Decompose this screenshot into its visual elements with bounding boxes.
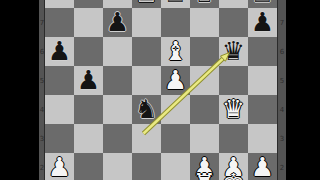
square-f7[interactable]: [190, 8, 219, 37]
square-e7[interactable]: [161, 8, 190, 37]
square-e2[interactable]: [161, 153, 190, 180]
square-b8[interactable]: [74, 0, 103, 8]
white-queen-g4-piece-icon[interactable]: ♛: [219, 95, 248, 124]
square-a7[interactable]: [45, 8, 74, 37]
square-e3[interactable]: [161, 124, 190, 153]
square-a4[interactable]: [45, 95, 74, 124]
white-pawn-h2-piece-icon[interactable]: ♟: [248, 153, 277, 180]
black-queen-g6-piece-icon[interactable]: ♛: [219, 37, 248, 66]
square-h4[interactable]: [248, 95, 277, 124]
chess-diagram: ♜♜♚♜♟♟♟♝♛♟♟♞♛♟♟♟♟♜♚ 776655443322: [0, 0, 320, 180]
square-e4[interactable]: [161, 95, 190, 124]
square-d2[interactable]: [132, 153, 161, 180]
rank-label-right-4: 4: [279, 107, 285, 114]
square-b6[interactable]: [74, 37, 103, 66]
rank-label-left-7: 7: [39, 20, 45, 27]
black-rook-e8-piece-icon[interactable]: ♜: [161, 0, 190, 8]
square-f3[interactable]: [190, 124, 219, 153]
square-c5[interactable]: [103, 66, 132, 95]
square-h3[interactable]: [248, 124, 277, 153]
rank-label-right-5: 5: [279, 78, 285, 85]
black-king-f8-piece-icon[interactable]: ♚: [190, 0, 219, 8]
white-rook-f1-piece-icon[interactable]: ♜: [190, 169, 219, 180]
black-pawn-b5-piece-icon[interactable]: ♟: [74, 66, 103, 95]
rank-label-left-2: 2: [39, 165, 45, 172]
square-a8[interactable]: [45, 0, 74, 8]
square-d7[interactable]: [132, 8, 161, 37]
rank-label-left-3: 3: [39, 136, 45, 143]
square-d6[interactable]: [132, 37, 161, 66]
white-pawn-e5-piece-icon[interactable]: ♟: [161, 66, 190, 95]
white-king-g1-piece-icon[interactable]: ♚: [219, 169, 248, 180]
square-g5[interactable]: [219, 66, 248, 95]
square-b3[interactable]: [74, 124, 103, 153]
rank-label-left-5: 5: [39, 78, 45, 85]
white-pawn-a2-piece-icon[interactable]: ♟: [45, 153, 74, 180]
rank-label-right-2: 2: [279, 165, 285, 172]
black-pawn-a6-piece-icon[interactable]: ♟: [45, 37, 74, 66]
right-coordinate-margin: [277, 0, 286, 180]
square-f5[interactable]: [190, 66, 219, 95]
square-g8[interactable]: [219, 0, 248, 8]
rank-label-right-6: 6: [279, 49, 285, 56]
square-h6[interactable]: [248, 37, 277, 66]
square-c2[interactable]: [103, 153, 132, 180]
square-c6[interactable]: [103, 37, 132, 66]
square-g7[interactable]: [219, 8, 248, 37]
square-c4[interactable]: [103, 95, 132, 124]
black-pawn-h7-piece-icon[interactable]: ♟: [248, 8, 277, 37]
square-d3[interactable]: [132, 124, 161, 153]
square-f4[interactable]: [190, 95, 219, 124]
rank-label-right-3: 3: [279, 136, 285, 143]
square-d5[interactable]: [132, 66, 161, 95]
rank-label-right-7: 7: [279, 20, 285, 27]
square-b4[interactable]: [74, 95, 103, 124]
square-a5[interactable]: [45, 66, 74, 95]
square-b2[interactable]: [74, 153, 103, 180]
square-h5[interactable]: [248, 66, 277, 95]
white-rook-d8-piece-icon[interactable]: ♜: [132, 0, 161, 8]
square-a3[interactable]: [45, 124, 74, 153]
square-f6[interactable]: [190, 37, 219, 66]
square-c3[interactable]: [103, 124, 132, 153]
rank-label-left-6: 6: [39, 49, 45, 56]
black-pawn-c7-piece-icon[interactable]: ♟: [103, 8, 132, 37]
white-bishop-e6-piece-icon[interactable]: ♝: [161, 37, 190, 66]
square-g3[interactable]: [219, 124, 248, 153]
chessboard[interactable]: ♜♜♚♜♟♟♟♝♛♟♟♞♛♟♟♟♟♜♚: [44, 0, 278, 180]
black-knight-d4-piece-icon[interactable]: ♞: [132, 95, 161, 124]
square-b7[interactable]: [74, 8, 103, 37]
rank-label-left-4: 4: [39, 107, 45, 114]
